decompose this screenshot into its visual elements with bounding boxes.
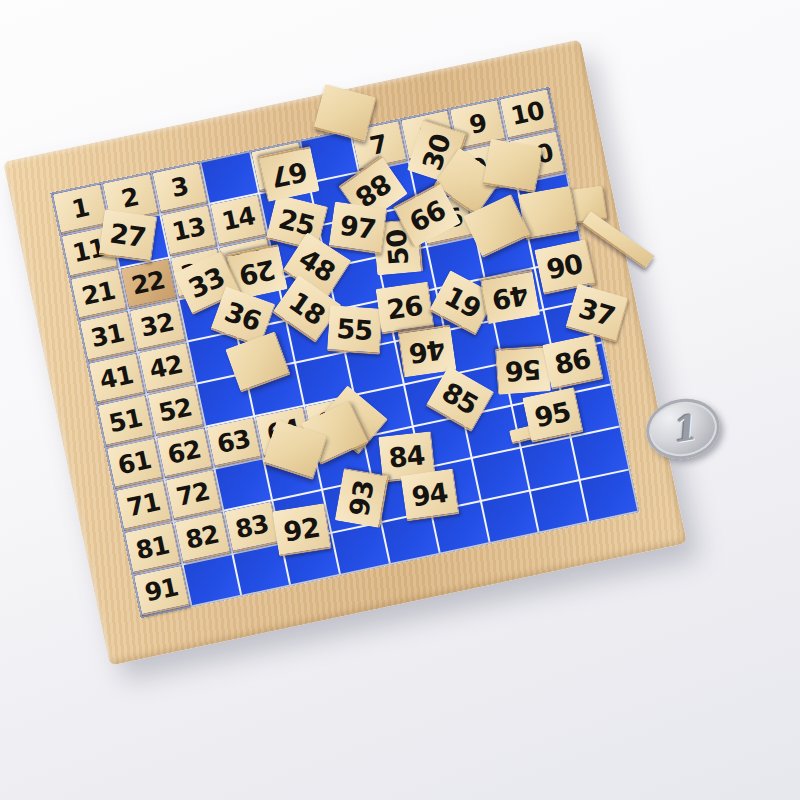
board-cell [522, 438, 578, 489]
number-tile-22[interactable]: 22 [120, 258, 176, 309]
number-tile-26[interactable]: 26 [376, 282, 435, 335]
board-cell: 41 [89, 354, 145, 405]
number-tile-63[interactable]: 63 [206, 417, 262, 468]
number-tile-82[interactable]: 82 [174, 512, 230, 563]
board-cell: 81 [125, 523, 181, 574]
number-tile-51[interactable]: 51 [98, 396, 154, 447]
board-cell [473, 449, 529, 500]
board-cell: 13 [161, 205, 217, 256]
board-cell: 32 [129, 301, 185, 352]
board-cell [482, 491, 538, 542]
number-tile-3[interactable]: 3 [152, 163, 208, 214]
board-cell: 61 [107, 438, 163, 489]
board-cell: 51 [98, 396, 154, 447]
number-tile-83[interactable]: 83 [224, 502, 280, 553]
board-cell: 14 [211, 195, 267, 246]
board-cell: 62 [156, 428, 212, 479]
board-cell [332, 523, 388, 574]
number-tile-62[interactable]: 62 [156, 428, 212, 479]
number-tile-32[interactable]: 32 [129, 301, 185, 352]
number-tile-10[interactable]: 10 [500, 89, 556, 140]
board-cell: 22 [120, 258, 176, 309]
board-cell [581, 470, 637, 521]
board-cell: 63 [206, 417, 262, 468]
board-cell [531, 481, 587, 532]
board-cell [572, 428, 628, 479]
board-cell [202, 152, 258, 203]
board-cell: 10 [500, 89, 556, 140]
board-cell: 83 [224, 502, 280, 553]
number-tile-92[interactable]: 92 [272, 503, 332, 557]
board-cell [183, 555, 239, 606]
number-tile-1[interactable]: 1 [53, 184, 109, 235]
number-tile-91[interactable]: 91 [134, 565, 190, 616]
board-cell: 31 [80, 311, 136, 362]
number-tile-94[interactable]: 94 [401, 469, 460, 522]
number-tile-61[interactable]: 61 [107, 438, 163, 489]
photo-stage: 1235789101113149620212223247631324142515… [0, 0, 800, 800]
coin-value: 1 [668, 407, 698, 451]
board-cell: 3 [152, 163, 208, 214]
board-cell: 82 [174, 512, 230, 563]
number-tile-21[interactable]: 21 [71, 269, 127, 320]
number-tile-41[interactable]: 41 [89, 354, 145, 405]
number-tile-27[interactable]: 27 [99, 210, 158, 263]
number-tile-55[interactable]: 55 [327, 305, 383, 355]
number-tile-14[interactable]: 14 [211, 195, 267, 246]
board-cell: 21 [71, 269, 127, 320]
number-tile-42[interactable]: 42 [138, 343, 194, 394]
number-tile-93[interactable]: 93 [335, 468, 390, 528]
board-cell: 72 [165, 470, 221, 521]
number-tile-31[interactable]: 31 [80, 311, 136, 362]
board-cell: 1 [53, 184, 109, 235]
number-tile-52[interactable]: 52 [147, 385, 203, 436]
board-cell: 91 [134, 565, 190, 616]
number-tile-72[interactable]: 72 [165, 470, 221, 521]
number-tile-81[interactable]: 81 [125, 523, 181, 574]
number-tile-56[interactable]: 56 [495, 345, 551, 395]
number-tile-13[interactable]: 13 [161, 205, 217, 256]
board-cell: 71 [116, 481, 172, 532]
number-tile-97[interactable]: 97 [329, 202, 388, 255]
number-tile-71[interactable]: 71 [116, 481, 172, 532]
blank-tile[interactable] [483, 139, 543, 194]
board-cell: 42 [138, 343, 194, 394]
board-cell [215, 460, 271, 511]
board-cell: 52 [147, 385, 203, 436]
number-tile-49[interactable]: 49 [480, 270, 540, 325]
